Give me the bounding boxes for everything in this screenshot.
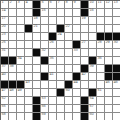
cell-r7c12[interactable]: 36 bbox=[97, 57, 104, 64]
clue-number: 8 bbox=[66, 1, 68, 5]
cell-r7c13[interactable] bbox=[105, 57, 112, 64]
cell-r9c12[interactable] bbox=[97, 73, 104, 80]
cell-r7c3[interactable] bbox=[25, 57, 32, 64]
cell-r7c9[interactable] bbox=[73, 57, 80, 64]
cell-r8c12[interactable] bbox=[97, 65, 104, 72]
clue-number: 50 bbox=[66, 89, 70, 93]
black-cell-r7c11 bbox=[89, 57, 96, 64]
cell-r9c6[interactable]: 41 bbox=[49, 73, 56, 80]
clue-number: 59 bbox=[42, 113, 46, 117]
cell-r6c14[interactable] bbox=[113, 49, 120, 56]
clue-number: 20 bbox=[2, 25, 6, 29]
black-cell-r4c12 bbox=[97, 33, 104, 40]
cell-r5c2[interactable] bbox=[17, 41, 24, 48]
clue-number: 9 bbox=[74, 1, 76, 5]
cell-r3c14[interactable] bbox=[113, 25, 120, 32]
cell-r8c9[interactable] bbox=[73, 65, 80, 72]
cell-r7c6[interactable]: 35 bbox=[49, 57, 56, 64]
black-cell-r9c14 bbox=[113, 73, 120, 80]
cell-r12c9[interactable] bbox=[73, 97, 80, 104]
cell-r1c2[interactable] bbox=[17, 9, 24, 16]
cell-r4c0[interactable]: 23 bbox=[1, 33, 8, 40]
cell-r4c7[interactable]: 24 bbox=[57, 33, 64, 40]
clue-number: 57 bbox=[90, 105, 94, 109]
cell-r10c7[interactable] bbox=[57, 81, 64, 88]
cell-r14c0[interactable]: 58 bbox=[1, 113, 8, 120]
cell-r7c10[interactable] bbox=[81, 57, 88, 64]
cell-r0c8[interactable]: 8 bbox=[65, 1, 72, 8]
cell-r4c11[interactable] bbox=[89, 33, 96, 40]
black-cell-r0c10 bbox=[81, 1, 88, 8]
black-cell-r1c4 bbox=[33, 9, 40, 16]
cell-r6c1[interactable] bbox=[9, 49, 16, 56]
cell-r4c8[interactable] bbox=[65, 33, 72, 40]
black-cell-r5c9 bbox=[73, 41, 80, 48]
cell-r0c6[interactable]: 6 bbox=[49, 1, 56, 8]
cell-r13c1[interactable] bbox=[9, 105, 16, 112]
cell-r4c9[interactable] bbox=[73, 33, 80, 40]
cell-r6c13[interactable] bbox=[105, 49, 112, 56]
cell-r0c12[interactable]: 11 bbox=[97, 1, 104, 8]
cell-r5c0[interactable]: 25 bbox=[1, 41, 8, 48]
cell-r12c2[interactable] bbox=[17, 97, 24, 104]
cell-r4c3[interactable] bbox=[25, 33, 32, 40]
clue-number: 30 bbox=[114, 41, 118, 45]
cell-r6c7[interactable] bbox=[57, 49, 64, 56]
clue-number: 45 bbox=[106, 81, 110, 85]
black-cell-r14c4 bbox=[33, 113, 40, 120]
cell-r8c2[interactable] bbox=[17, 65, 24, 72]
clue-number: 32 bbox=[42, 49, 46, 53]
cell-r11c8[interactable]: 50 bbox=[65, 89, 72, 96]
cell-r8c4[interactable] bbox=[33, 65, 40, 72]
clue-number: 15 bbox=[42, 9, 46, 13]
cell-r12c6[interactable] bbox=[49, 97, 56, 104]
cell-r6c8[interactable] bbox=[65, 49, 72, 56]
cell-r14c2[interactable] bbox=[17, 113, 24, 120]
cell-r1c3[interactable] bbox=[25, 9, 32, 16]
clue-number: 47 bbox=[2, 89, 6, 93]
cell-r13c6[interactable] bbox=[49, 105, 56, 112]
black-cell-r13c10 bbox=[81, 105, 88, 112]
cell-r2c8[interactable] bbox=[65, 17, 72, 24]
clue-number: 2 bbox=[10, 1, 12, 5]
cell-r6c0[interactable]: 31 bbox=[1, 49, 8, 56]
clue-number: 37 bbox=[2, 65, 6, 69]
cell-r11c0[interactable]: 47 bbox=[1, 89, 8, 96]
clue-number: 60 bbox=[90, 113, 94, 117]
cell-r4c4[interactable] bbox=[33, 33, 40, 40]
black-cell-r4c13 bbox=[105, 33, 112, 40]
cell-r5c11[interactable] bbox=[89, 41, 96, 48]
crossword-grid: 1234567891011121314151617181920212223242… bbox=[0, 0, 120, 120]
clue-number: 4 bbox=[26, 1, 28, 5]
cell-r2c4[interactable]: 18 bbox=[33, 17, 40, 24]
cell-r2c13[interactable] bbox=[105, 17, 112, 24]
clue-number: 1 bbox=[2, 1, 4, 5]
cell-r0c2[interactable]: 3 bbox=[17, 1, 24, 8]
cell-r12c1[interactable] bbox=[9, 97, 16, 104]
cell-r5c5[interactable] bbox=[41, 41, 48, 48]
cell-r1c12[interactable] bbox=[97, 9, 104, 16]
cell-r14c1[interactable] bbox=[9, 113, 16, 120]
clue-number: 22 bbox=[66, 25, 70, 29]
cell-r13c0[interactable]: 55 bbox=[1, 105, 8, 112]
cell-r11c5[interactable] bbox=[41, 89, 48, 96]
clue-number: 51 bbox=[98, 89, 102, 93]
clue-number: 43 bbox=[26, 81, 30, 85]
cell-r1c5[interactable]: 15 bbox=[41, 9, 48, 16]
cell-r9c4[interactable] bbox=[33, 73, 40, 80]
cell-r5c12[interactable]: 28 bbox=[97, 41, 104, 48]
cell-r3c1[interactable] bbox=[9, 25, 16, 32]
black-cell-r3c3 bbox=[25, 25, 32, 32]
cell-r12c8[interactable] bbox=[65, 97, 72, 104]
clue-number: 27 bbox=[82, 41, 86, 45]
cell-r5c7[interactable] bbox=[57, 41, 64, 48]
clue-number: 10 bbox=[90, 1, 94, 5]
black-cell-r7c0 bbox=[1, 57, 8, 64]
cell-r11c1[interactable]: 48 bbox=[9, 89, 16, 96]
clue-number: 55 bbox=[2, 105, 6, 109]
cell-r9c7[interactable] bbox=[57, 73, 64, 80]
cell-r11c4[interactable] bbox=[33, 89, 40, 96]
cell-r9c2[interactable] bbox=[17, 73, 24, 80]
cell-r6c2[interactable] bbox=[17, 49, 24, 56]
cell-r3c4[interactable]: 21 bbox=[33, 25, 40, 32]
clue-number: 48 bbox=[10, 89, 14, 93]
cell-r4c5[interactable] bbox=[41, 33, 48, 40]
clue-number: 54 bbox=[90, 97, 94, 101]
cell-r14c3[interactable] bbox=[25, 113, 32, 120]
clue-number: 25 bbox=[2, 41, 6, 45]
cell-r3c11[interactable] bbox=[89, 25, 96, 32]
clue-number: 41 bbox=[50, 73, 54, 77]
black-cell-r9c9 bbox=[73, 73, 80, 80]
cell-r12c12[interactable] bbox=[97, 97, 104, 104]
clue-number: 42 bbox=[82, 73, 86, 77]
clue-number: 23 bbox=[2, 33, 6, 37]
cell-r12c13[interactable] bbox=[105, 97, 112, 104]
cell-r14c5[interactable]: 59 bbox=[41, 113, 48, 120]
clue-number: 33 bbox=[74, 49, 78, 53]
black-cell-r7c1 bbox=[9, 57, 16, 64]
black-cell-r4c6 bbox=[49, 33, 56, 40]
cell-r14c8[interactable] bbox=[65, 113, 72, 120]
black-cell-r12c10 bbox=[81, 97, 88, 104]
cell-r6c11[interactable] bbox=[89, 49, 96, 56]
cell-r5c10[interactable]: 27 bbox=[81, 41, 88, 48]
cell-r12c0[interactable]: 52 bbox=[1, 97, 8, 104]
cell-r3c0[interactable]: 20 bbox=[1, 25, 8, 32]
cell-r3c6[interactable] bbox=[49, 25, 56, 32]
cell-r11c2[interactable]: 49 bbox=[17, 89, 24, 96]
cell-r9c10[interactable]: 42 bbox=[81, 73, 88, 80]
cell-r5c13[interactable]: 29 bbox=[105, 41, 112, 48]
cell-r11c10[interactable] bbox=[81, 89, 88, 96]
clue-number: 40 bbox=[2, 73, 6, 77]
clue-number: 18 bbox=[34, 17, 38, 21]
cell-r11c6[interactable] bbox=[49, 89, 56, 96]
clue-number: 11 bbox=[98, 1, 102, 5]
cell-r7c4[interactable] bbox=[33, 57, 40, 64]
black-cell-r13c4 bbox=[33, 105, 40, 112]
cell-r5c14[interactable]: 30 bbox=[113, 41, 120, 48]
cell-r8c5[interactable] bbox=[41, 65, 48, 72]
cell-r3c13[interactable] bbox=[105, 25, 112, 32]
clue-number: 44 bbox=[74, 81, 78, 85]
cell-r9c11[interactable] bbox=[89, 73, 96, 80]
cell-r1c11[interactable]: 16 bbox=[89, 9, 96, 16]
cell-r4c2[interactable] bbox=[17, 33, 24, 40]
cell-r6c3[interactable] bbox=[25, 49, 32, 56]
cell-r2c12[interactable] bbox=[97, 17, 104, 24]
cell-r14c13[interactable] bbox=[105, 113, 112, 120]
clue-number: 58 bbox=[2, 113, 6, 117]
cell-r13c14[interactable] bbox=[113, 105, 120, 112]
black-cell-r1c10 bbox=[81, 9, 88, 16]
cell-r8c7[interactable] bbox=[57, 65, 64, 72]
cell-r13c13[interactable] bbox=[105, 105, 112, 112]
cell-r12c11[interactable]: 54 bbox=[89, 97, 96, 104]
cell-r9c3[interactable] bbox=[25, 73, 32, 80]
cell-r5c3[interactable] bbox=[25, 41, 32, 48]
black-cell-r3c7 bbox=[57, 25, 64, 32]
clue-number: 31 bbox=[2, 49, 6, 53]
cell-r11c13[interactable] bbox=[105, 89, 112, 96]
cell-r13c7[interactable] bbox=[57, 105, 64, 112]
cell-r1c9[interactable] bbox=[73, 9, 80, 16]
clue-number: 12 bbox=[106, 1, 110, 5]
cell-r14c14[interactable] bbox=[113, 113, 120, 120]
cell-r7c7[interactable] bbox=[57, 57, 64, 64]
cell-r1c6[interactable] bbox=[49, 9, 56, 16]
cell-r2c0[interactable]: 17 bbox=[1, 17, 8, 24]
clue-number: 49 bbox=[18, 89, 22, 93]
cell-r10c11[interactable] bbox=[89, 81, 96, 88]
cell-r7c2[interactable]: 34 bbox=[17, 57, 24, 64]
cell-r13c2[interactable] bbox=[17, 105, 24, 112]
cell-r2c11[interactable] bbox=[89, 17, 96, 24]
black-cell-r8c13 bbox=[105, 65, 112, 72]
cell-r11c12[interactable]: 51 bbox=[97, 89, 104, 96]
cell-r1c13[interactable] bbox=[105, 9, 112, 16]
cell-r0c13[interactable]: 12 bbox=[105, 1, 112, 8]
clue-number: 46 bbox=[114, 81, 118, 85]
cell-r2c5[interactable] bbox=[41, 17, 48, 24]
cell-r13c8[interactable] bbox=[65, 105, 72, 112]
cell-r10c12[interactable] bbox=[97, 81, 104, 88]
cell-r1c1[interactable] bbox=[9, 9, 16, 16]
black-cell-r10c8 bbox=[65, 81, 72, 88]
cell-r5c8[interactable] bbox=[65, 41, 72, 48]
cell-r12c5[interactable]: 53 bbox=[41, 97, 48, 104]
cell-r0c1[interactable]: 2 bbox=[9, 1, 16, 8]
clue-number: 6 bbox=[50, 1, 52, 5]
cell-r2c7[interactable] bbox=[57, 17, 64, 24]
cell-r6c10[interactable] bbox=[81, 49, 88, 56]
cell-r4c1[interactable] bbox=[9, 33, 16, 40]
cell-r3c2[interactable] bbox=[17, 25, 24, 32]
cell-r8c1[interactable]: 38 bbox=[9, 65, 16, 72]
cell-r11c3[interactable] bbox=[25, 89, 32, 96]
black-cell-r11c7 bbox=[57, 89, 64, 96]
clue-number: 53 bbox=[42, 97, 46, 101]
clue-number: 24 bbox=[58, 33, 62, 37]
cell-r0c5[interactable]: 5 bbox=[41, 1, 48, 8]
cell-r13c12[interactable] bbox=[97, 105, 104, 112]
clue-number: 35 bbox=[50, 57, 54, 61]
black-cell-r10c2 bbox=[17, 81, 24, 88]
cell-r14c7[interactable] bbox=[57, 113, 64, 120]
cell-r10c9[interactable]: 44 bbox=[73, 81, 80, 88]
cell-r0c7[interactable]: 7 bbox=[57, 1, 64, 8]
cell-r2c9[interactable] bbox=[73, 17, 80, 24]
cell-r3c9[interactable] bbox=[73, 25, 80, 32]
cell-r14c11[interactable]: 60 bbox=[89, 113, 96, 120]
cell-r5c1[interactable] bbox=[9, 41, 16, 48]
black-cell-r4c14 bbox=[113, 33, 120, 40]
clue-number: 28 bbox=[98, 41, 102, 45]
cell-r0c3[interactable]: 4 bbox=[25, 1, 32, 8]
black-cell-r10c1 bbox=[9, 81, 16, 88]
black-cell-r8c14 bbox=[113, 65, 120, 72]
cell-r1c7[interactable] bbox=[57, 9, 64, 16]
cell-r9c8[interactable] bbox=[65, 73, 72, 80]
cell-r14c6[interactable] bbox=[49, 113, 56, 120]
cell-r5c6[interactable]: 26 bbox=[49, 41, 56, 48]
clue-number: 26 bbox=[50, 41, 54, 45]
black-cell-r9c5 bbox=[41, 73, 48, 80]
clue-number: 39 bbox=[90, 65, 94, 69]
cell-r14c9[interactable] bbox=[73, 113, 80, 120]
cell-r2c14[interactable] bbox=[113, 17, 120, 24]
cell-r7c14[interactable] bbox=[113, 57, 120, 64]
cell-r2c6[interactable] bbox=[49, 17, 56, 24]
black-cell-r10c0 bbox=[1, 81, 8, 88]
cell-r3c5[interactable] bbox=[41, 25, 48, 32]
clue-number: 36 bbox=[98, 57, 102, 61]
cell-r13c9[interactable] bbox=[73, 105, 80, 112]
clue-number: 52 bbox=[2, 97, 6, 101]
clue-number: 7 bbox=[58, 1, 60, 5]
cell-r10c4[interactable] bbox=[33, 81, 40, 88]
black-cell-r14c10 bbox=[81, 113, 88, 120]
cell-r4c10[interactable] bbox=[81, 33, 88, 40]
cell-r10c13[interactable]: 45 bbox=[105, 81, 112, 88]
cell-r12c3[interactable] bbox=[25, 97, 32, 104]
cell-r2c10[interactable]: 19 bbox=[81, 17, 88, 24]
cell-r14c12[interactable] bbox=[97, 113, 104, 120]
cell-r6c12[interactable] bbox=[97, 49, 104, 56]
clue-number: 34 bbox=[18, 57, 22, 61]
cell-r2c2[interactable] bbox=[17, 17, 24, 24]
cell-r11c9[interactable] bbox=[73, 89, 80, 96]
clue-number: 29 bbox=[106, 41, 110, 45]
black-cell-r0c4 bbox=[33, 1, 40, 8]
cell-r8c0[interactable]: 37 bbox=[1, 65, 8, 72]
black-cell-r6c4 bbox=[33, 49, 40, 56]
cell-r12c7[interactable] bbox=[57, 97, 64, 104]
cell-r1c0[interactable]: 14 bbox=[1, 9, 8, 16]
black-cell-r8c10 bbox=[81, 65, 88, 72]
cell-r1c14[interactable] bbox=[113, 9, 120, 16]
black-cell-r12c4 bbox=[33, 97, 40, 104]
clue-number: 38 bbox=[10, 65, 14, 69]
clue-number: 16 bbox=[90, 9, 94, 13]
black-cell-r11c11 bbox=[89, 89, 96, 96]
clue-number: 17 bbox=[2, 17, 6, 21]
black-cell-r9c13 bbox=[105, 73, 112, 80]
cell-r8c3[interactable] bbox=[25, 65, 32, 72]
cell-r11c14[interactable] bbox=[113, 89, 120, 96]
cell-r8c8[interactable] bbox=[65, 65, 72, 72]
cell-r2c3[interactable] bbox=[25, 17, 32, 24]
clue-number: 21 bbox=[34, 25, 38, 29]
clue-number: 19 bbox=[82, 17, 86, 21]
cell-r7c8[interactable] bbox=[65, 57, 72, 64]
cell-r6c6[interactable] bbox=[49, 49, 56, 56]
cell-r10c6[interactable] bbox=[49, 81, 56, 88]
cell-r0c0[interactable]: 1 bbox=[1, 1, 8, 8]
cell-r0c14[interactable]: 13 bbox=[113, 1, 120, 8]
black-cell-r7c5 bbox=[41, 57, 48, 64]
cell-r0c9[interactable]: 9 bbox=[73, 1, 80, 8]
cell-r3c10[interactable] bbox=[81, 25, 88, 32]
clue-number: 3 bbox=[18, 1, 20, 5]
clue-number: 14 bbox=[2, 9, 6, 13]
cell-r12c14[interactable] bbox=[113, 97, 120, 104]
cell-r10c3[interactable]: 43 bbox=[25, 81, 32, 88]
cell-r1c8[interactable] bbox=[65, 9, 72, 16]
cell-r9c0[interactable]: 40 bbox=[1, 73, 8, 80]
cell-r8c11[interactable]: 39 bbox=[89, 65, 96, 72]
cell-r13c3[interactable] bbox=[25, 105, 32, 112]
clue-number: 5 bbox=[42, 1, 44, 5]
cell-r9c1[interactable] bbox=[9, 73, 16, 80]
cell-r3c8[interactable]: 22 bbox=[65, 25, 72, 32]
cell-r3c12[interactable] bbox=[97, 25, 104, 32]
clue-number: 56 bbox=[42, 105, 46, 109]
cell-r10c5[interactable] bbox=[41, 81, 48, 88]
cell-r10c14[interactable]: 46 bbox=[113, 81, 120, 88]
cell-r10c10[interactable] bbox=[81, 81, 88, 88]
cell-r13c5[interactable]: 56 bbox=[41, 105, 48, 112]
cell-r8c6[interactable] bbox=[49, 65, 56, 72]
cell-r2c1[interactable] bbox=[9, 17, 16, 24]
cell-r6c5[interactable]: 32 bbox=[41, 49, 48, 56]
crossword-board: 1234567891011121314151617181920212223242… bbox=[0, 0, 120, 120]
clue-number: 13 bbox=[114, 1, 118, 5]
cell-r0c11[interactable]: 10 bbox=[89, 1, 96, 8]
cell-r13c11[interactable]: 57 bbox=[89, 105, 96, 112]
cell-r6c9[interactable]: 33 bbox=[73, 49, 80, 56]
cell-r5c4[interactable] bbox=[33, 41, 40, 48]
